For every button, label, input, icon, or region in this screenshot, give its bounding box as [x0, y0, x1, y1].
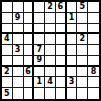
sudoku-cell-given[interactable]: 4	[45, 77, 56, 88]
sudoku-cell-empty[interactable]	[34, 24, 45, 35]
sudoku-board: 26591423792681435	[0, 0, 101, 101]
sudoku-cell-empty[interactable]	[77, 45, 88, 56]
sudoku-cell-empty[interactable]	[13, 77, 24, 88]
sudoku-cell-empty[interactable]	[13, 88, 24, 99]
sudoku-cell-empty[interactable]	[67, 2, 78, 13]
sudoku-cell-empty[interactable]	[67, 56, 78, 67]
sudoku-cell-given[interactable]: 3	[13, 45, 24, 56]
sudoku-cell-empty[interactable]	[45, 67, 56, 78]
sudoku-cell-empty[interactable]	[34, 88, 45, 99]
sudoku-cell-empty[interactable]	[45, 24, 56, 35]
sudoku-cell-empty[interactable]	[56, 13, 67, 24]
sudoku-cell-given[interactable]: 4	[2, 34, 13, 45]
sudoku-cell-given[interactable]: 2	[2, 67, 13, 78]
sudoku-cell-empty[interactable]	[45, 56, 56, 67]
sudoku-cell-empty[interactable]	[67, 67, 78, 78]
sudoku-cell-empty[interactable]	[45, 34, 56, 45]
sudoku-cell-empty[interactable]	[45, 88, 56, 99]
sudoku-cell-empty[interactable]	[56, 56, 67, 67]
sudoku-cell-empty[interactable]	[56, 67, 67, 78]
sudoku-cell-empty[interactable]	[2, 77, 13, 88]
sudoku-cell-empty[interactable]	[88, 24, 99, 35]
sudoku-cell-empty[interactable]	[88, 56, 99, 67]
sudoku-cell-empty[interactable]	[24, 24, 35, 35]
sudoku-cell-given[interactable]: 5	[2, 88, 13, 99]
sudoku-cell-empty[interactable]	[34, 67, 45, 78]
sudoku-cell-given[interactable]: 3	[67, 77, 78, 88]
sudoku-cell-empty[interactable]	[24, 56, 35, 67]
sudoku-cell-empty[interactable]	[88, 34, 99, 45]
sudoku-cell-given[interactable]: 5	[77, 2, 88, 13]
sudoku-cell-empty[interactable]	[13, 34, 24, 45]
sudoku-cell-empty[interactable]	[2, 2, 13, 13]
sudoku-cell-empty[interactable]	[77, 13, 88, 24]
sudoku-cell-given[interactable]: 1	[67, 13, 78, 24]
sudoku-cell-empty[interactable]	[2, 56, 13, 67]
sudoku-cell-empty[interactable]	[24, 45, 35, 56]
sudoku-cell-empty[interactable]	[24, 34, 35, 45]
sudoku-cell-empty[interactable]	[24, 77, 35, 88]
sudoku-cell-empty[interactable]	[88, 45, 99, 56]
sudoku-cell-empty[interactable]	[88, 77, 99, 88]
sudoku-cell-empty[interactable]	[67, 88, 78, 99]
sudoku-cell-given[interactable]: 1	[34, 77, 45, 88]
sudoku-cell-empty[interactable]	[88, 13, 99, 24]
sudoku-cell-empty[interactable]	[45, 13, 56, 24]
sudoku-cell-empty[interactable]	[77, 67, 88, 78]
sudoku-cell-empty[interactable]	[56, 34, 67, 45]
sudoku-cell-empty[interactable]	[88, 2, 99, 13]
sudoku-cell-given[interactable]: 9	[13, 13, 24, 24]
sudoku-cell-empty[interactable]	[13, 24, 24, 35]
sudoku-cell-empty[interactable]	[13, 2, 24, 13]
sudoku-cell-empty[interactable]	[77, 88, 88, 99]
sudoku-cell-empty[interactable]	[77, 77, 88, 88]
sudoku-cell-empty[interactable]	[67, 45, 78, 56]
sudoku-cell-empty[interactable]	[45, 45, 56, 56]
sudoku-cell-empty[interactable]	[2, 24, 13, 35]
sudoku-cell-given[interactable]: 2	[77, 34, 88, 45]
sudoku-cell-given[interactable]: 2	[45, 2, 56, 13]
sudoku-cell-empty[interactable]	[24, 2, 35, 13]
sudoku-cell-empty[interactable]	[56, 88, 67, 99]
sudoku-cell-empty[interactable]	[56, 77, 67, 88]
sudoku-cell-empty[interactable]	[13, 67, 24, 78]
sudoku-cell-empty[interactable]	[77, 24, 88, 35]
sudoku-cell-given[interactable]: 7	[34, 45, 45, 56]
sudoku-cell-empty[interactable]	[67, 34, 78, 45]
sudoku-cell-empty[interactable]	[24, 88, 35, 99]
sudoku-cell-empty[interactable]	[56, 24, 67, 35]
sudoku-cell-given[interactable]: 6	[24, 67, 35, 78]
sudoku-cell-empty[interactable]	[56, 45, 67, 56]
sudoku-cell-empty[interactable]	[88, 88, 99, 99]
sudoku-cell-empty[interactable]	[13, 56, 24, 67]
sudoku-cell-empty[interactable]	[34, 34, 45, 45]
sudoku-cell-empty[interactable]	[2, 45, 13, 56]
sudoku-cell-given[interactable]: 9	[34, 56, 45, 67]
sudoku-cell-empty[interactable]	[67, 24, 78, 35]
sudoku-cell-empty[interactable]	[34, 13, 45, 24]
sudoku-cell-empty[interactable]	[34, 2, 45, 13]
sudoku-cell-empty[interactable]	[24, 13, 35, 24]
sudoku-cell-given[interactable]: 6	[56, 2, 67, 13]
sudoku-cell-empty[interactable]	[2, 13, 13, 24]
sudoku-cell-empty[interactable]	[77, 56, 88, 67]
sudoku-cell-given[interactable]: 8	[88, 67, 99, 78]
